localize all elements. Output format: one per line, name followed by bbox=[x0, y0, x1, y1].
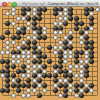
window-title-match: Computer (Black) vs. Gnu Go (White) bbox=[48, 1, 98, 6]
white-stone bbox=[37, 83, 42, 88]
black-stone bbox=[26, 45, 31, 50]
white-stone bbox=[58, 45, 63, 50]
black-stone bbox=[74, 26, 79, 31]
black-stone bbox=[84, 45, 89, 50]
black-stone bbox=[11, 83, 16, 88]
black-stone bbox=[79, 50, 84, 55]
black-stone bbox=[37, 16, 42, 21]
black-stone bbox=[63, 93, 68, 98]
black-stone bbox=[21, 30, 26, 35]
white-stone bbox=[53, 50, 58, 55]
window-title-filename: MyGame.sgf bbox=[22, 1, 45, 6]
black-stone bbox=[16, 88, 21, 93]
white-stone bbox=[5, 11, 10, 16]
black-stone bbox=[16, 69, 21, 74]
title-bar: MyGame.sgf Computer (Black) vs. Gnu Go (… bbox=[0, 0, 100, 7]
white-stone bbox=[0, 50, 5, 55]
white-stone bbox=[16, 45, 21, 50]
white-stone bbox=[11, 40, 16, 45]
white-stone bbox=[16, 16, 21, 21]
white-stone bbox=[74, 93, 79, 98]
window-title: MyGame.sgf Computer (Black) vs. Gnu Go (… bbox=[22, 1, 98, 6]
white-stone bbox=[26, 26, 31, 31]
black-stone bbox=[0, 88, 5, 93]
white-stone bbox=[53, 45, 58, 50]
white-stone bbox=[21, 16, 26, 21]
grid-line-vertical bbox=[97, 9, 98, 95]
hoshi-point bbox=[49, 23, 51, 25]
black-stone bbox=[5, 30, 10, 35]
white-stone bbox=[68, 88, 73, 93]
white-stone bbox=[53, 35, 58, 40]
white-stone bbox=[5, 45, 10, 50]
go-board[interactable] bbox=[0, 7, 100, 100]
white-stone bbox=[58, 30, 63, 35]
white-stone bbox=[11, 11, 16, 16]
black-stone bbox=[63, 45, 68, 50]
last-move-marker bbox=[23, 46, 25, 48]
white-stone bbox=[42, 88, 47, 93]
black-stone bbox=[42, 54, 47, 59]
white-stone bbox=[58, 93, 63, 98]
white-stone bbox=[89, 88, 94, 93]
white-stone bbox=[89, 26, 94, 31]
black-stone bbox=[42, 7, 47, 12]
white-stone bbox=[63, 59, 68, 64]
white-stone bbox=[21, 73, 26, 78]
white-stone bbox=[79, 40, 84, 45]
white-stone bbox=[16, 59, 21, 64]
black-stone bbox=[79, 21, 84, 26]
black-stone bbox=[89, 59, 94, 64]
black-stone bbox=[47, 73, 52, 78]
hoshi-point bbox=[17, 23, 19, 25]
black-stone bbox=[89, 45, 94, 50]
black-stone bbox=[68, 16, 73, 21]
black-stone bbox=[5, 21, 10, 26]
white-stone bbox=[21, 93, 26, 98]
white-stone bbox=[79, 88, 84, 93]
black-stone bbox=[63, 88, 68, 93]
black-stone bbox=[42, 73, 47, 78]
white-stone bbox=[37, 45, 42, 50]
black-stone bbox=[21, 83, 26, 88]
black-stone bbox=[84, 73, 89, 78]
black-stone bbox=[58, 83, 63, 88]
white-stone bbox=[32, 88, 37, 93]
white-stone bbox=[11, 93, 16, 98]
white-stone bbox=[68, 54, 73, 59]
white-stone bbox=[74, 73, 79, 78]
white-stone bbox=[5, 50, 10, 55]
black-stone bbox=[42, 35, 47, 40]
white-stone bbox=[74, 64, 79, 69]
black-stone bbox=[5, 88, 10, 93]
white-stone bbox=[95, 7, 100, 12]
black-stone bbox=[47, 59, 52, 64]
white-stone bbox=[26, 93, 31, 98]
white-stone bbox=[0, 73, 5, 78]
black-stone bbox=[32, 45, 37, 50]
black-stone bbox=[84, 88, 89, 93]
black-stone bbox=[0, 59, 5, 64]
black-stone bbox=[53, 11, 58, 16]
black-stone bbox=[74, 88, 79, 93]
black-stone bbox=[79, 93, 84, 98]
black-stone bbox=[63, 21, 68, 26]
white-stone bbox=[26, 88, 31, 93]
black-stone bbox=[37, 93, 42, 98]
black-stone bbox=[47, 45, 52, 50]
black-stone bbox=[37, 35, 42, 40]
hoshi-point bbox=[49, 51, 51, 53]
white-stone bbox=[11, 21, 16, 26]
black-stone bbox=[0, 35, 5, 40]
black-stone bbox=[53, 88, 58, 93]
black-stone bbox=[16, 35, 21, 40]
black-stone bbox=[68, 45, 73, 50]
black-stone bbox=[11, 64, 16, 69]
white-stone bbox=[21, 54, 26, 59]
black-stone bbox=[58, 69, 63, 74]
black-stone bbox=[84, 11, 89, 16]
go-app-window: MyGame.sgf Computer (Black) vs. Gnu Go (… bbox=[0, 0, 100, 100]
